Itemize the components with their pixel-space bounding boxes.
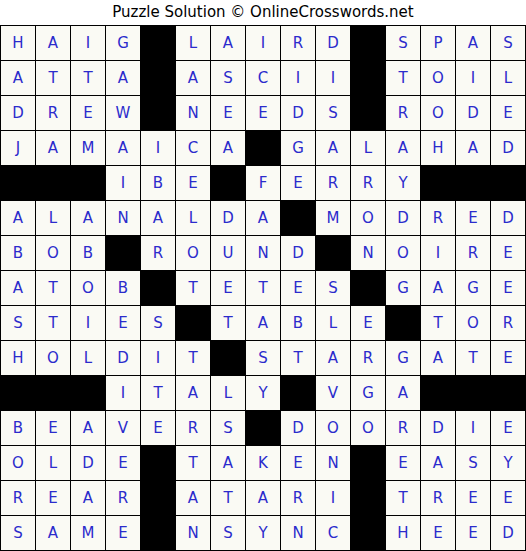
- letter-cell-r8c10: S: [316, 271, 350, 305]
- letter-cell-r12c3: A: [71, 411, 105, 445]
- letter-cell-r7c9: D: [281, 236, 315, 270]
- letter-cell-r14c7: T: [211, 481, 245, 515]
- letter-cell-r6c3: A: [71, 201, 105, 235]
- black-cell-r15c5: [141, 516, 175, 550]
- letter-cell-r4c15: D: [491, 131, 525, 165]
- letter-cell-r8c1: A: [1, 271, 35, 305]
- letter-cell-r14c3: A: [71, 481, 105, 515]
- letter-cell-r10c12: G: [386, 341, 420, 375]
- letter-cell-r1c15: S: [491, 26, 525, 60]
- black-cell-r2c5: [141, 61, 175, 95]
- black-cell-r5c3: [71, 166, 105, 200]
- letter-cell-r4c9: G: [281, 131, 315, 165]
- letter-cell-r12c7: S: [211, 411, 245, 445]
- letter-cell-r2c9: I: [281, 61, 315, 95]
- crossword-grid: HAIGLAIRDSPASATTAASCIITOILDREWNEEDSRODEJ…: [0, 25, 526, 551]
- letter-cell-r3c13: O: [421, 96, 455, 130]
- black-cell-r7c10: [316, 236, 350, 270]
- letter-cell-r4c5: I: [141, 131, 175, 165]
- letter-cell-r4c1: J: [1, 131, 35, 165]
- letter-cell-r9c8: A: [246, 306, 280, 340]
- letter-cell-r13c4: E: [106, 446, 140, 480]
- letter-cell-r12c2: E: [36, 411, 70, 445]
- letter-cell-r15c14: E: [456, 516, 490, 550]
- letter-cell-r15c6: N: [176, 516, 210, 550]
- letter-cell-r4c14: A: [456, 131, 490, 165]
- black-cell-r2c11: [351, 61, 385, 95]
- puzzle-solution-page: Puzzle Solution © OnlineCrosswords.net H…: [0, 0, 526, 551]
- letter-cell-r2c3: T: [71, 61, 105, 95]
- letter-cell-r13c2: L: [36, 446, 70, 480]
- letter-cell-r1c9: R: [281, 26, 315, 60]
- letter-cell-r3c9: D: [281, 96, 315, 130]
- letter-cell-r1c13: P: [421, 26, 455, 60]
- letter-cell-r8c7: E: [211, 271, 245, 305]
- letter-cell-r9c7: T: [211, 306, 245, 340]
- letter-cell-r4c13: H: [421, 131, 455, 165]
- letter-cell-r1c7: A: [211, 26, 245, 60]
- black-cell-r3c11: [351, 96, 385, 130]
- letter-cell-r7c8: N: [246, 236, 280, 270]
- letter-cell-r12c15: E: [491, 411, 525, 445]
- letter-cell-r6c4: N: [106, 201, 140, 235]
- letter-cell-r3c7: E: [211, 96, 245, 130]
- letter-cell-r10c13: A: [421, 341, 455, 375]
- black-cell-r11c3: [71, 376, 105, 410]
- letter-cell-r9c14: O: [456, 306, 490, 340]
- letter-cell-r7c15: E: [491, 236, 525, 270]
- black-cell-r8c11: [351, 271, 385, 305]
- letter-cell-r10c6: T: [176, 341, 210, 375]
- letter-cell-r10c4: D: [106, 341, 140, 375]
- letter-cell-r4c10: A: [316, 131, 350, 165]
- letter-cell-r1c3: I: [71, 26, 105, 60]
- black-cell-r11c14: [456, 376, 490, 410]
- letter-cell-r1c1: H: [1, 26, 35, 60]
- letter-cell-r11c11: G: [351, 376, 385, 410]
- black-cell-r4c8: [246, 131, 280, 165]
- letter-cell-r9c1: S: [1, 306, 35, 340]
- letter-cell-r6c15: D: [491, 201, 525, 235]
- letter-cell-r6c8: A: [246, 201, 280, 235]
- letter-cell-r15c7: S: [211, 516, 245, 550]
- black-cell-r13c11: [351, 446, 385, 480]
- letter-cell-r14c10: I: [316, 481, 350, 515]
- letter-cell-r11c4: I: [106, 376, 140, 410]
- letter-cell-r1c14: A: [456, 26, 490, 60]
- letter-cell-r13c14: S: [456, 446, 490, 480]
- letter-cell-r8c3: O: [71, 271, 105, 305]
- letter-cell-r10c10: A: [316, 341, 350, 375]
- letter-cell-r8c15: E: [491, 271, 525, 305]
- letter-cell-r9c3: I: [71, 306, 105, 340]
- letter-cell-r7c7: U: [211, 236, 245, 270]
- letter-cell-r15c8: Y: [246, 516, 280, 550]
- letter-cell-r5c11: R: [351, 166, 385, 200]
- letter-cell-r8c13: A: [421, 271, 455, 305]
- letter-cell-r8c6: T: [176, 271, 210, 305]
- letter-cell-r5c4: I: [106, 166, 140, 200]
- letter-cell-r2c2: T: [36, 61, 70, 95]
- letter-cell-r4c4: A: [106, 131, 140, 165]
- letter-cell-r12c9: D: [281, 411, 315, 445]
- letter-cell-r9c10: L: [316, 306, 350, 340]
- letter-cell-r6c5: A: [141, 201, 175, 235]
- letter-cell-r13c6: T: [176, 446, 210, 480]
- letter-cell-r8c4: B: [106, 271, 140, 305]
- letter-cell-r4c2: A: [36, 131, 70, 165]
- letter-cell-r3c6: N: [176, 96, 210, 130]
- letter-cell-r13c3: D: [71, 446, 105, 480]
- letter-cell-r13c1: O: [1, 446, 35, 480]
- letter-cell-r3c8: E: [246, 96, 280, 130]
- letter-cell-r14c12: T: [386, 481, 420, 515]
- letter-cell-r1c10: D: [316, 26, 350, 60]
- letter-cell-r2c12: T: [386, 61, 420, 95]
- letter-cell-r14c14: E: [456, 481, 490, 515]
- letter-cell-r7c6: O: [176, 236, 210, 270]
- letter-cell-r12c5: E: [141, 411, 175, 445]
- letter-cell-r12c4: V: [106, 411, 140, 445]
- letter-cell-r7c12: O: [386, 236, 420, 270]
- letter-cell-r7c5: R: [141, 236, 175, 270]
- letter-cell-r2c15: L: [491, 61, 525, 95]
- letter-cell-r5c9: E: [281, 166, 315, 200]
- letter-cell-r14c9: R: [281, 481, 315, 515]
- letter-cell-r7c11: N: [351, 236, 385, 270]
- letter-cell-r7c13: I: [421, 236, 455, 270]
- letter-cell-r1c4: G: [106, 26, 140, 60]
- letter-cell-r2c7: S: [211, 61, 245, 95]
- letter-cell-r11c12: A: [386, 376, 420, 410]
- black-cell-r11c9: [281, 376, 315, 410]
- black-cell-r1c11: [351, 26, 385, 60]
- black-cell-r8c5: [141, 271, 175, 305]
- letter-cell-r15c15: D: [491, 516, 525, 550]
- black-cell-r5c13: [421, 166, 455, 200]
- letter-cell-r8c14: G: [456, 271, 490, 305]
- letter-cell-r6c6: L: [176, 201, 210, 235]
- letter-cell-r7c2: O: [36, 236, 70, 270]
- letter-cell-r6c10: M: [316, 201, 350, 235]
- letter-cell-r12c14: I: [456, 411, 490, 445]
- black-cell-r11c2: [36, 376, 70, 410]
- black-cell-r11c1: [1, 376, 35, 410]
- letter-cell-r14c13: R: [421, 481, 455, 515]
- letter-cell-r15c13: E: [421, 516, 455, 550]
- letter-cell-r7c3: B: [71, 236, 105, 270]
- letter-cell-r1c8: I: [246, 26, 280, 60]
- letter-cell-r13c13: A: [421, 446, 455, 480]
- letter-cell-r13c10: N: [316, 446, 350, 480]
- letter-cell-r12c6: R: [176, 411, 210, 445]
- black-cell-r5c7: [211, 166, 245, 200]
- letter-cell-r1c12: S: [386, 26, 420, 60]
- letter-cell-r9c5: S: [141, 306, 175, 340]
- black-cell-r9c12: [386, 306, 420, 340]
- letter-cell-r6c14: E: [456, 201, 490, 235]
- black-cell-r5c2: [36, 166, 70, 200]
- letter-cell-r2c4: A: [106, 61, 140, 95]
- letter-cell-r5c12: Y: [386, 166, 420, 200]
- letter-cell-r15c10: C: [316, 516, 350, 550]
- letter-cell-r8c2: T: [36, 271, 70, 305]
- letter-cell-r15c1: S: [1, 516, 35, 550]
- black-cell-r12c8: [246, 411, 280, 445]
- black-cell-r14c5: [141, 481, 175, 515]
- letter-cell-r10c8: S: [246, 341, 280, 375]
- black-cell-r11c13: [421, 376, 455, 410]
- letter-cell-r4c6: C: [176, 131, 210, 165]
- letter-cell-r2c1: A: [1, 61, 35, 95]
- letter-cell-r9c9: B: [281, 306, 315, 340]
- letter-cell-r5c8: F: [246, 166, 280, 200]
- letter-cell-r10c2: O: [36, 341, 70, 375]
- letter-cell-r15c4: E: [106, 516, 140, 550]
- letter-cell-r10c9: T: [281, 341, 315, 375]
- letter-cell-r2c13: O: [421, 61, 455, 95]
- letter-cell-r10c5: I: [141, 341, 175, 375]
- black-cell-r10c7: [211, 341, 245, 375]
- letter-cell-r2c8: C: [246, 61, 280, 95]
- page-title: Puzzle Solution © OnlineCrosswords.net: [0, 0, 526, 25]
- letter-cell-r3c12: R: [386, 96, 420, 130]
- letter-cell-r6c7: D: [211, 201, 245, 235]
- letter-cell-r12c1: B: [1, 411, 35, 445]
- black-cell-r14c11: [351, 481, 385, 515]
- letter-cell-r9c15: R: [491, 306, 525, 340]
- letter-cell-r3c4: W: [106, 96, 140, 130]
- letter-cell-r9c4: E: [106, 306, 140, 340]
- letter-cell-r11c6: A: [176, 376, 210, 410]
- letter-cell-r2c14: I: [456, 61, 490, 95]
- letter-cell-r7c1: B: [1, 236, 35, 270]
- letter-cell-r12c13: D: [421, 411, 455, 445]
- letter-cell-r13c12: E: [386, 446, 420, 480]
- letter-cell-r6c12: D: [386, 201, 420, 235]
- letter-cell-r15c12: H: [386, 516, 420, 550]
- letter-cell-r3c2: R: [36, 96, 70, 130]
- letter-cell-r12c10: O: [316, 411, 350, 445]
- letter-cell-r4c11: L: [351, 131, 385, 165]
- letter-cell-r3c14: D: [456, 96, 490, 130]
- black-cell-r5c1: [1, 166, 35, 200]
- letter-cell-r3c3: E: [71, 96, 105, 130]
- letter-cell-r13c15: Y: [491, 446, 525, 480]
- letter-cell-r6c1: A: [1, 201, 35, 235]
- letter-cell-r8c12: G: [386, 271, 420, 305]
- letter-cell-r10c3: L: [71, 341, 105, 375]
- black-cell-r7c4: [106, 236, 140, 270]
- letter-cell-r12c11: O: [351, 411, 385, 445]
- letter-cell-r6c11: O: [351, 201, 385, 235]
- letter-cell-r1c6: L: [176, 26, 210, 60]
- letter-cell-r11c8: Y: [246, 376, 280, 410]
- letter-cell-r7c14: R: [456, 236, 490, 270]
- letter-cell-r14c1: R: [1, 481, 35, 515]
- letter-cell-r11c5: T: [141, 376, 175, 410]
- letter-cell-r4c12: A: [386, 131, 420, 165]
- letter-cell-r14c6: A: [176, 481, 210, 515]
- letter-cell-r12c12: R: [386, 411, 420, 445]
- letter-cell-r10c15: E: [491, 341, 525, 375]
- black-cell-r5c14: [456, 166, 490, 200]
- letter-cell-r13c8: K: [246, 446, 280, 480]
- letter-cell-r15c9: N: [281, 516, 315, 550]
- letter-cell-r14c15: E: [491, 481, 525, 515]
- black-cell-r15c11: [351, 516, 385, 550]
- letter-cell-r10c14: T: [456, 341, 490, 375]
- letter-cell-r11c10: V: [316, 376, 350, 410]
- black-cell-r11c15: [491, 376, 525, 410]
- letter-cell-r5c5: B: [141, 166, 175, 200]
- letter-cell-r2c6: A: [176, 61, 210, 95]
- letter-cell-r14c4: R: [106, 481, 140, 515]
- letter-cell-r14c2: E: [36, 481, 70, 515]
- letter-cell-r13c9: E: [281, 446, 315, 480]
- black-cell-r9c6: [176, 306, 210, 340]
- letter-cell-r3c1: D: [1, 96, 35, 130]
- letter-cell-r15c3: M: [71, 516, 105, 550]
- letter-cell-r2c10: I: [316, 61, 350, 95]
- black-cell-r6c9: [281, 201, 315, 235]
- letter-cell-r3c10: S: [316, 96, 350, 130]
- black-cell-r3c5: [141, 96, 175, 130]
- letter-cell-r9c13: T: [421, 306, 455, 340]
- letter-cell-r9c2: T: [36, 306, 70, 340]
- letter-cell-r15c2: A: [36, 516, 70, 550]
- letter-cell-r10c11: R: [351, 341, 385, 375]
- black-cell-r5c15: [491, 166, 525, 200]
- letter-cell-r13c7: A: [211, 446, 245, 480]
- black-cell-r13c5: [141, 446, 175, 480]
- letter-cell-r11c7: L: [211, 376, 245, 410]
- letter-cell-r10c1: H: [1, 341, 35, 375]
- letter-cell-r5c6: E: [176, 166, 210, 200]
- letter-cell-r1c2: A: [36, 26, 70, 60]
- letter-cell-r8c8: T: [246, 271, 280, 305]
- letter-cell-r4c3: M: [71, 131, 105, 165]
- letter-cell-r9c11: E: [351, 306, 385, 340]
- letter-cell-r6c2: L: [36, 201, 70, 235]
- letter-cell-r3c15: E: [491, 96, 525, 130]
- letter-cell-r4c7: A: [211, 131, 245, 165]
- letter-cell-r14c8: A: [246, 481, 280, 515]
- black-cell-r1c5: [141, 26, 175, 60]
- letter-cell-r5c10: R: [316, 166, 350, 200]
- letter-cell-r6c13: R: [421, 201, 455, 235]
- letter-cell-r8c9: E: [281, 271, 315, 305]
